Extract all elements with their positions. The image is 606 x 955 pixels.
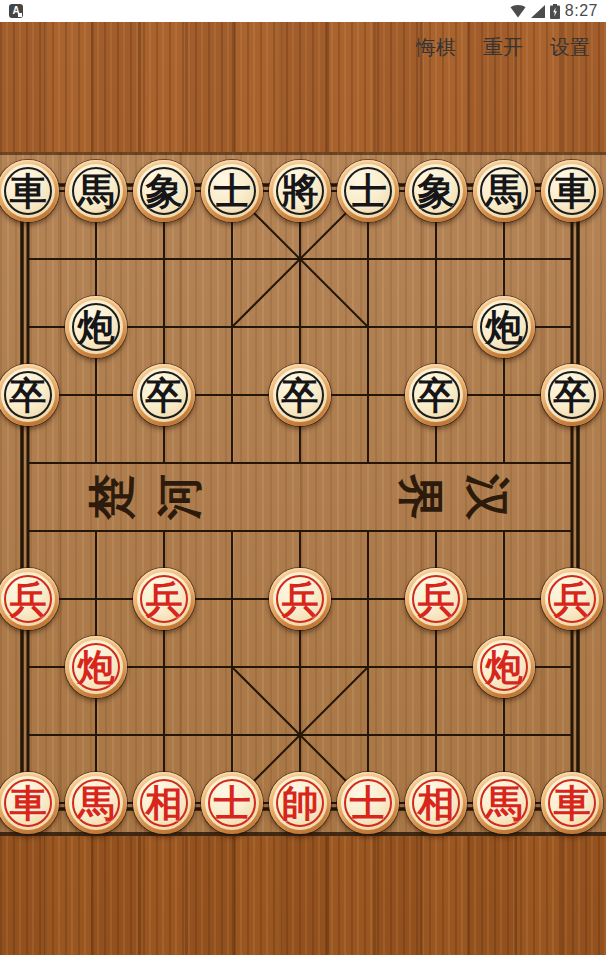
piece-glyph: 卒 <box>418 377 455 414</box>
piece-red-兵[interactable]: 兵 <box>541 568 603 630</box>
piece-glyph: 炮 <box>486 649 523 686</box>
piece-black-炮[interactable]: 炮 <box>473 296 535 358</box>
red-piece-face: 炮 <box>477 640 531 694</box>
piece-glyph: 車 <box>10 173 47 210</box>
black-piece-face: 車 <box>545 164 599 218</box>
red-piece-face: 士 <box>341 776 395 830</box>
piece-glyph: 相 <box>418 785 455 822</box>
undo-move-button[interactable]: 悔棋 <box>416 34 456 61</box>
piece-glyph: 炮 <box>78 309 115 346</box>
piece-red-兵[interactable]: 兵 <box>405 568 467 630</box>
piece-red-炮[interactable]: 炮 <box>473 636 535 698</box>
piece-glyph: 士 <box>214 785 251 822</box>
piece-glyph: 士 <box>214 173 251 210</box>
piece-red-兵[interactable]: 兵 <box>133 568 195 630</box>
piece-red-兵[interactable]: 兵 <box>269 568 331 630</box>
piece-red-車[interactable]: 車 <box>541 772 603 834</box>
battery-charging-icon <box>550 4 560 19</box>
piece-black-卒[interactable]: 卒 <box>133 364 195 426</box>
piece-glyph: 卒 <box>146 377 183 414</box>
piece-glyph: 兵 <box>146 581 183 618</box>
piece-red-士[interactable]: 士 <box>337 772 399 834</box>
piece-black-象[interactable]: 象 <box>405 160 467 222</box>
piece-black-卒[interactable]: 卒 <box>541 364 603 426</box>
piece-red-相[interactable]: 相 <box>133 772 195 834</box>
piece-glyph: 將 <box>282 173 319 210</box>
black-piece-face: 炮 <box>69 300 123 354</box>
red-piece-face: 馬 <box>69 776 123 830</box>
piece-glyph: 炮 <box>486 309 523 346</box>
piece-glyph: 士 <box>350 173 387 210</box>
piece-glyph: 車 <box>554 785 591 822</box>
piece-glyph: 象 <box>418 173 455 210</box>
piece-red-兵[interactable]: 兵 <box>0 568 59 630</box>
black-piece-face: 士 <box>205 164 259 218</box>
red-piece-face: 士 <box>205 776 259 830</box>
red-piece-face: 兵 <box>273 572 327 626</box>
piece-glyph: 卒 <box>554 377 591 414</box>
piece-black-卒[interactable]: 卒 <box>405 364 467 426</box>
xiangqi-board[interactable]: 楚河 界汉 車馬象士將士象馬車炮炮卒卒卒卒卒兵兵兵兵兵炮炮車馬相士帥士相馬車 <box>0 152 606 836</box>
red-piece-face: 兵 <box>545 572 599 626</box>
restart-button[interactable]: 重开 <box>483 34 523 61</box>
piece-red-相[interactable]: 相 <box>405 772 467 834</box>
black-piece-face: 象 <box>409 164 463 218</box>
piece-glyph: 炮 <box>78 649 115 686</box>
red-piece-face: 兵 <box>137 572 191 626</box>
piece-black-馬[interactable]: 馬 <box>65 160 127 222</box>
black-piece-face: 炮 <box>477 300 531 354</box>
piece-black-車[interactable]: 車 <box>0 160 59 222</box>
piece-glyph: 兵 <box>282 581 319 618</box>
black-piece-face: 卒 <box>273 368 327 422</box>
black-piece-face: 將 <box>273 164 327 218</box>
red-piece-face: 馬 <box>477 776 531 830</box>
piece-glyph: 卒 <box>10 377 47 414</box>
piece-glyph: 士 <box>350 785 387 822</box>
status-bar: A 8:27 <box>0 0 606 22</box>
black-piece-face: 馬 <box>477 164 531 218</box>
piece-glyph: 卒 <box>282 377 319 414</box>
notification-a-icon: A <box>9 4 23 18</box>
black-piece-face: 馬 <box>69 164 123 218</box>
piece-glyph: 車 <box>554 173 591 210</box>
red-piece-face: 帥 <box>273 776 327 830</box>
black-piece-face: 卒 <box>545 368 599 422</box>
black-piece-face: 卒 <box>137 368 191 422</box>
top-menu: 悔棋 重开 设置 <box>416 34 590 61</box>
piece-black-象[interactable]: 象 <box>133 160 195 222</box>
piece-black-車[interactable]: 車 <box>541 160 603 222</box>
piece-black-士[interactable]: 士 <box>201 160 263 222</box>
piece-glyph: 帥 <box>282 785 319 822</box>
red-piece-face: 車 <box>1 776 55 830</box>
piece-red-帥[interactable]: 帥 <box>269 772 331 834</box>
red-piece-face: 兵 <box>1 572 55 626</box>
black-piece-face: 車 <box>1 164 55 218</box>
red-piece-face: 相 <box>137 776 191 830</box>
status-bar-right: 8:27 <box>510 0 598 22</box>
piece-black-卒[interactable]: 卒 <box>0 364 59 426</box>
black-piece-face: 士 <box>341 164 395 218</box>
piece-black-卒[interactable]: 卒 <box>269 364 331 426</box>
piece-glyph: 象 <box>146 173 183 210</box>
piece-glyph: 馬 <box>486 785 523 822</box>
red-piece-face: 相 <box>409 776 463 830</box>
app-screen: A 8:27 悔棋 重开 设置 <box>0 0 606 955</box>
signal-icon <box>531 5 545 18</box>
piece-red-車[interactable]: 車 <box>0 772 59 834</box>
red-piece-face: 車 <box>545 776 599 830</box>
red-piece-face: 兵 <box>409 572 463 626</box>
piece-red-炮[interactable]: 炮 <box>65 636 127 698</box>
piece-red-士[interactable]: 士 <box>201 772 263 834</box>
red-piece-face: 炮 <box>69 640 123 694</box>
piece-glyph: 馬 <box>78 785 115 822</box>
piece-black-將[interactable]: 將 <box>269 160 331 222</box>
piece-glyph: 相 <box>146 785 183 822</box>
piece-red-馬[interactable]: 馬 <box>473 772 535 834</box>
piece-glyph: 馬 <box>78 173 115 210</box>
settings-button[interactable]: 设置 <box>550 34 590 61</box>
black-piece-face: 卒 <box>1 368 55 422</box>
clock: 8:27 <box>565 2 598 20</box>
piece-glyph: 車 <box>10 785 47 822</box>
piece-glyph: 兵 <box>554 581 591 618</box>
black-piece-face: 象 <box>137 164 191 218</box>
piece-glyph: 馬 <box>486 173 523 210</box>
piece-black-馬[interactable]: 馬 <box>473 160 535 222</box>
piece-glyph: 兵 <box>418 581 455 618</box>
piece-black-炮[interactable]: 炮 <box>65 296 127 358</box>
piece-red-馬[interactable]: 馬 <box>65 772 127 834</box>
piece-glyph: 兵 <box>10 581 47 618</box>
black-piece-face: 卒 <box>409 368 463 422</box>
piece-black-士[interactable]: 士 <box>337 160 399 222</box>
board-grid <box>0 155 606 832</box>
wifi-icon <box>510 5 526 18</box>
